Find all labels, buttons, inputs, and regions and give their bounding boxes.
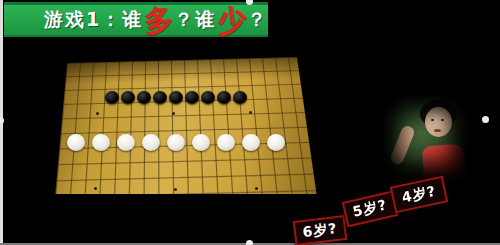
white-stone bbox=[142, 134, 160, 151]
black-stone bbox=[233, 91, 247, 104]
title-text-2: 谁 bbox=[195, 7, 216, 33]
title-text: 游戏1：谁 bbox=[44, 7, 143, 33]
black-stone bbox=[201, 91, 215, 104]
black-stone bbox=[185, 91, 199, 104]
go-board-photo bbox=[28, 48, 374, 194]
black-stone bbox=[105, 91, 119, 104]
star-point bbox=[249, 111, 252, 114]
handle-right bbox=[482, 116, 489, 123]
white-stone bbox=[217, 134, 235, 151]
age-tag-4-label: 4岁? bbox=[400, 182, 438, 207]
black-stone bbox=[217, 91, 231, 104]
title-question-2: ？ bbox=[247, 7, 268, 33]
age-tag-5: 5岁? bbox=[342, 190, 399, 227]
star-point bbox=[174, 188, 177, 191]
black-stone bbox=[137, 91, 151, 104]
title-bar: 游戏1：谁 多 ？ 谁 少 ？ bbox=[4, 2, 268, 37]
handle-bottom bbox=[246, 240, 253, 245]
star-point bbox=[172, 112, 175, 115]
black-stone bbox=[153, 91, 167, 104]
title-more-char: 多 bbox=[143, 4, 175, 36]
star-point bbox=[96, 112, 99, 115]
white-stone bbox=[192, 134, 210, 151]
white-stone bbox=[92, 134, 110, 151]
star-point bbox=[94, 187, 97, 190]
child-photo bbox=[383, 95, 468, 179]
stone-overlay bbox=[28, 48, 374, 194]
white-stone bbox=[267, 134, 285, 151]
white-stone bbox=[67, 134, 85, 151]
age-tag-6-label: 6岁? bbox=[302, 219, 339, 241]
age-tag-5-label: 5岁? bbox=[351, 196, 389, 221]
age-tag-6: 6岁? bbox=[293, 215, 348, 245]
age-tag-4: 4岁? bbox=[390, 176, 448, 214]
white-stone bbox=[167, 134, 185, 151]
handle-left bbox=[0, 117, 4, 124]
slide: 游戏1：谁 多 ？ 谁 少 ？ 6岁? 5岁? 4岁? bbox=[0, 0, 500, 245]
black-stone bbox=[121, 91, 135, 104]
star-point bbox=[255, 187, 258, 190]
title-question-1: ？ bbox=[174, 7, 195, 33]
black-stone bbox=[169, 91, 183, 104]
white-stone bbox=[117, 134, 135, 151]
title-less-char: 少 bbox=[216, 4, 248, 36]
photo-vignette bbox=[383, 95, 468, 179]
white-stone bbox=[242, 134, 260, 151]
